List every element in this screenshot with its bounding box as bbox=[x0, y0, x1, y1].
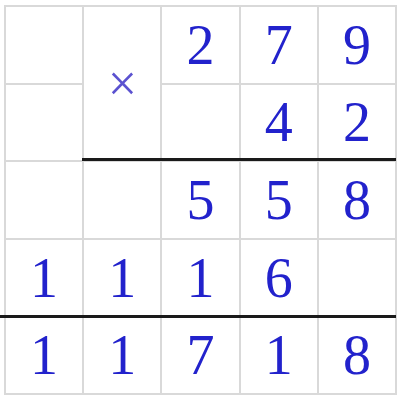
cell-r4c1: 1 bbox=[5, 239, 83, 317]
answer-rule-line bbox=[0, 315, 396, 318]
cell-r4c5 bbox=[318, 239, 396, 317]
cell-r2c4: 4 bbox=[240, 84, 318, 162]
cell-r5c2: 1 bbox=[83, 316, 161, 394]
cell-r3c3: 5 bbox=[161, 161, 239, 239]
cell-r4c4: 6 bbox=[240, 239, 318, 317]
cell-r3c1 bbox=[5, 161, 83, 239]
cell-r5c1: 1 bbox=[5, 316, 83, 394]
cell-r3c4: 5 bbox=[240, 161, 318, 239]
cell-r2c3 bbox=[161, 84, 239, 162]
multiplication-sign: × bbox=[83, 6, 161, 161]
cell-r5c4: 1 bbox=[240, 316, 318, 394]
cell-r1c5: 9 bbox=[318, 6, 396, 84]
cell-r1c1 bbox=[5, 6, 83, 84]
cell-r3c2 bbox=[83, 161, 161, 239]
multiplication-grid: ×27942558111611718 bbox=[4, 5, 397, 395]
multiplication-worksheet: ×27942558111611718 bbox=[0, 0, 400, 399]
cell-r2c1 bbox=[5, 84, 83, 162]
cell-r1c3: 2 bbox=[161, 6, 239, 84]
cell-r2c5: 2 bbox=[318, 84, 396, 162]
cell-r4c3: 1 bbox=[161, 239, 239, 317]
partial-product-rule-line bbox=[82, 158, 396, 161]
cell-r5c3: 7 bbox=[161, 316, 239, 394]
cell-r4c2: 1 bbox=[83, 239, 161, 317]
cell-r3c5: 8 bbox=[318, 161, 396, 239]
cell-r1c4: 7 bbox=[240, 6, 318, 84]
cell-r5c5: 8 bbox=[318, 316, 396, 394]
